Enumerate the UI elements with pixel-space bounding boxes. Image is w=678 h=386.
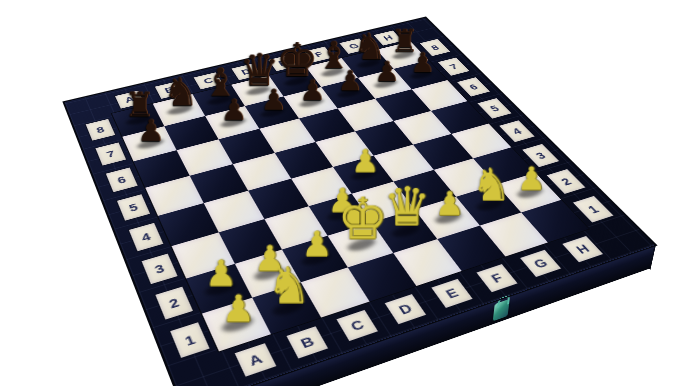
- file-label-front-g: G: [519, 249, 563, 278]
- white-p-glyph: ♟: [332, 145, 397, 176]
- file-label-front-e: E: [430, 278, 474, 309]
- black-p-glyph: ♟: [203, 95, 264, 124]
- rank-label-left-3: 3: [140, 253, 179, 286]
- file-label-front-h: H: [561, 235, 605, 263]
- file-label-front-c: C: [335, 309, 380, 343]
- white-p-glyph: ♟: [183, 255, 257, 291]
- file-label-front-b: B: [285, 325, 330, 360]
- latch-clasp-icon: [493, 299, 510, 321]
- rank-label-left-4: 4: [128, 222, 165, 252]
- file-label-front-f: F: [475, 263, 519, 293]
- black-p-glyph: ♟: [119, 115, 181, 145]
- file-label-front-a: A: [233, 342, 278, 378]
- rank-label-left-5: 5: [116, 193, 152, 221]
- file-label-front-d: D: [383, 293, 428, 325]
- chess-board: 11AA22BB33CC44DD55EE66FF77GG88HH♜♞♝♛♚♝♞♜…: [65, 18, 655, 386]
- photo-scene: 11AA22BB33CC44DD55EE66FF77GG88HH♜♞♝♛♚♝♞♜…: [0, 0, 678, 386]
- white-p-glyph: ♟: [199, 290, 276, 327]
- rank-label-left-6: 6: [105, 167, 139, 193]
